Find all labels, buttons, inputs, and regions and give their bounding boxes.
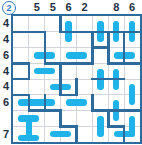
clue-left-row6: 6	[0, 96, 12, 109]
room-wall-vertical	[107, 31, 110, 65]
room-wall-vertical	[123, 125, 126, 143]
room-wall-vertical	[44, 31, 47, 65]
room-wall-horizontal	[12, 31, 46, 34]
room-wall-vertical	[28, 94, 31, 112]
room-wall-vertical	[123, 31, 126, 65]
room-wall-vertical	[107, 109, 110, 127]
room-wall-vertical	[28, 62, 31, 80]
clue-left-row4: 4	[0, 65, 12, 78]
room-wall-horizontal	[91, 109, 141, 112]
room-wall-vertical	[91, 31, 94, 65]
clue-top-col4: 6	[61, 0, 77, 15]
clue-left-row8: 7	[0, 128, 12, 141]
puzzle-number-badge: 2	[2, 1, 16, 15]
clue-top-col8: 6	[124, 0, 140, 15]
room-wall-vertical	[59, 15, 62, 33]
room-wall-vertical	[75, 78, 78, 96]
clue-top-col3: 5	[45, 0, 61, 15]
room-wall-vertical	[59, 62, 62, 96]
clue-left-row5: 4	[0, 80, 12, 93]
puzzle-page: 2 5562864464467	[0, 0, 142, 145]
room-wall-vertical	[44, 94, 47, 112]
room-wall-vertical	[59, 109, 62, 127]
puzzle-board: 5562864464467	[0, 0, 142, 145]
room-wall-horizontal	[91, 78, 125, 81]
clue-left-row1: 4	[0, 17, 12, 30]
clue-top-col7: 8	[108, 0, 124, 15]
clue-top-col2: 5	[29, 0, 45, 15]
clue-top-col5: 2	[77, 0, 93, 15]
room-wall-vertical	[91, 94, 94, 112]
clue-left-row3: 6	[0, 49, 12, 62]
clue-left-row2: 4	[0, 33, 12, 46]
room-wall-vertical	[75, 125, 78, 143]
room-wall-horizontal	[44, 62, 94, 65]
room-wall-horizontal	[59, 31, 141, 34]
